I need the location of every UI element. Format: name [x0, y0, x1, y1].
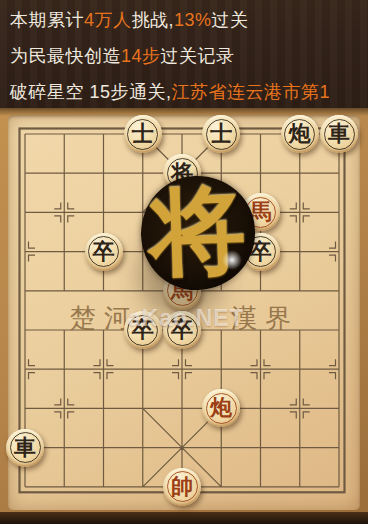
stat-accent-text: 江苏省连云港市第1 — [172, 82, 331, 102]
logo-general-glyph: 将 — [139, 174, 257, 290]
stat-text: 过关 — [212, 10, 249, 30]
stat-text: 过关记录 — [161, 46, 235, 66]
black-piece-卒[interactable]: 卒 — [85, 233, 123, 271]
piece-glyph: 士 — [124, 115, 162, 152]
piece-glyph: 卒 — [85, 233, 123, 270]
stat-text: 破碎星空 15步通关, — [10, 82, 172, 102]
stat-accent-text: 4万人 — [84, 10, 132, 30]
piece-glyph: 車 — [6, 429, 44, 466]
black-piece-車[interactable]: 車 — [320, 115, 358, 153]
black-piece-車[interactable]: 車 — [6, 429, 44, 467]
frame-bottom-edge — [0, 512, 368, 524]
stat-text: 挑战, — [132, 10, 175, 30]
stat-line-1: 本期累计4万人挑战,13%过关 — [10, 9, 249, 31]
app-screen: 本期累计4万人挑战,13%过关为民最快创造14步过关记录破碎星空 15步通关,江… — [0, 0, 368, 524]
piece-glyph: 炮 — [202, 389, 240, 426]
red-piece-帥[interactable]: 帥 — [163, 468, 201, 506]
black-piece-士[interactable]: 士 — [124, 115, 162, 153]
piece-glyph: 士 — [202, 115, 240, 152]
stat-text: 为民最快创造 — [10, 46, 121, 66]
black-piece-炮[interactable]: 炮 — [281, 115, 319, 153]
stat-line-3: 破碎星空 15步通关,江苏省连云港市第1 — [10, 81, 330, 103]
red-piece-炮[interactable]: 炮 — [202, 389, 240, 427]
piece-glyph: 帥 — [163, 468, 201, 505]
stat-line-2: 为民最快创造14步过关记录 — [10, 45, 235, 67]
site-watermark: aKao.NET — [128, 305, 245, 332]
xiangqi-board[interactable]: 楚河 漢界 士士炮車将馬卒卒馬卒卒炮車帥 将 aKao.NET — [0, 108, 368, 524]
stat-text: 本期累计 — [10, 10, 84, 30]
black-piece-士[interactable]: 士 — [202, 115, 240, 153]
stat-accent-text: 14步 — [121, 46, 161, 66]
app-logo-stamp: 将 — [139, 174, 257, 292]
piece-glyph: 車 — [320, 115, 358, 152]
stat-accent-text: 13% — [174, 10, 212, 30]
logo-shine-icon — [222, 250, 242, 270]
challenge-stats-bar: 本期累计4万人挑战,13%过关为民最快创造14步过关记录破碎星空 15步通关,江… — [0, 0, 368, 108]
piece-glyph: 炮 — [281, 115, 319, 152]
